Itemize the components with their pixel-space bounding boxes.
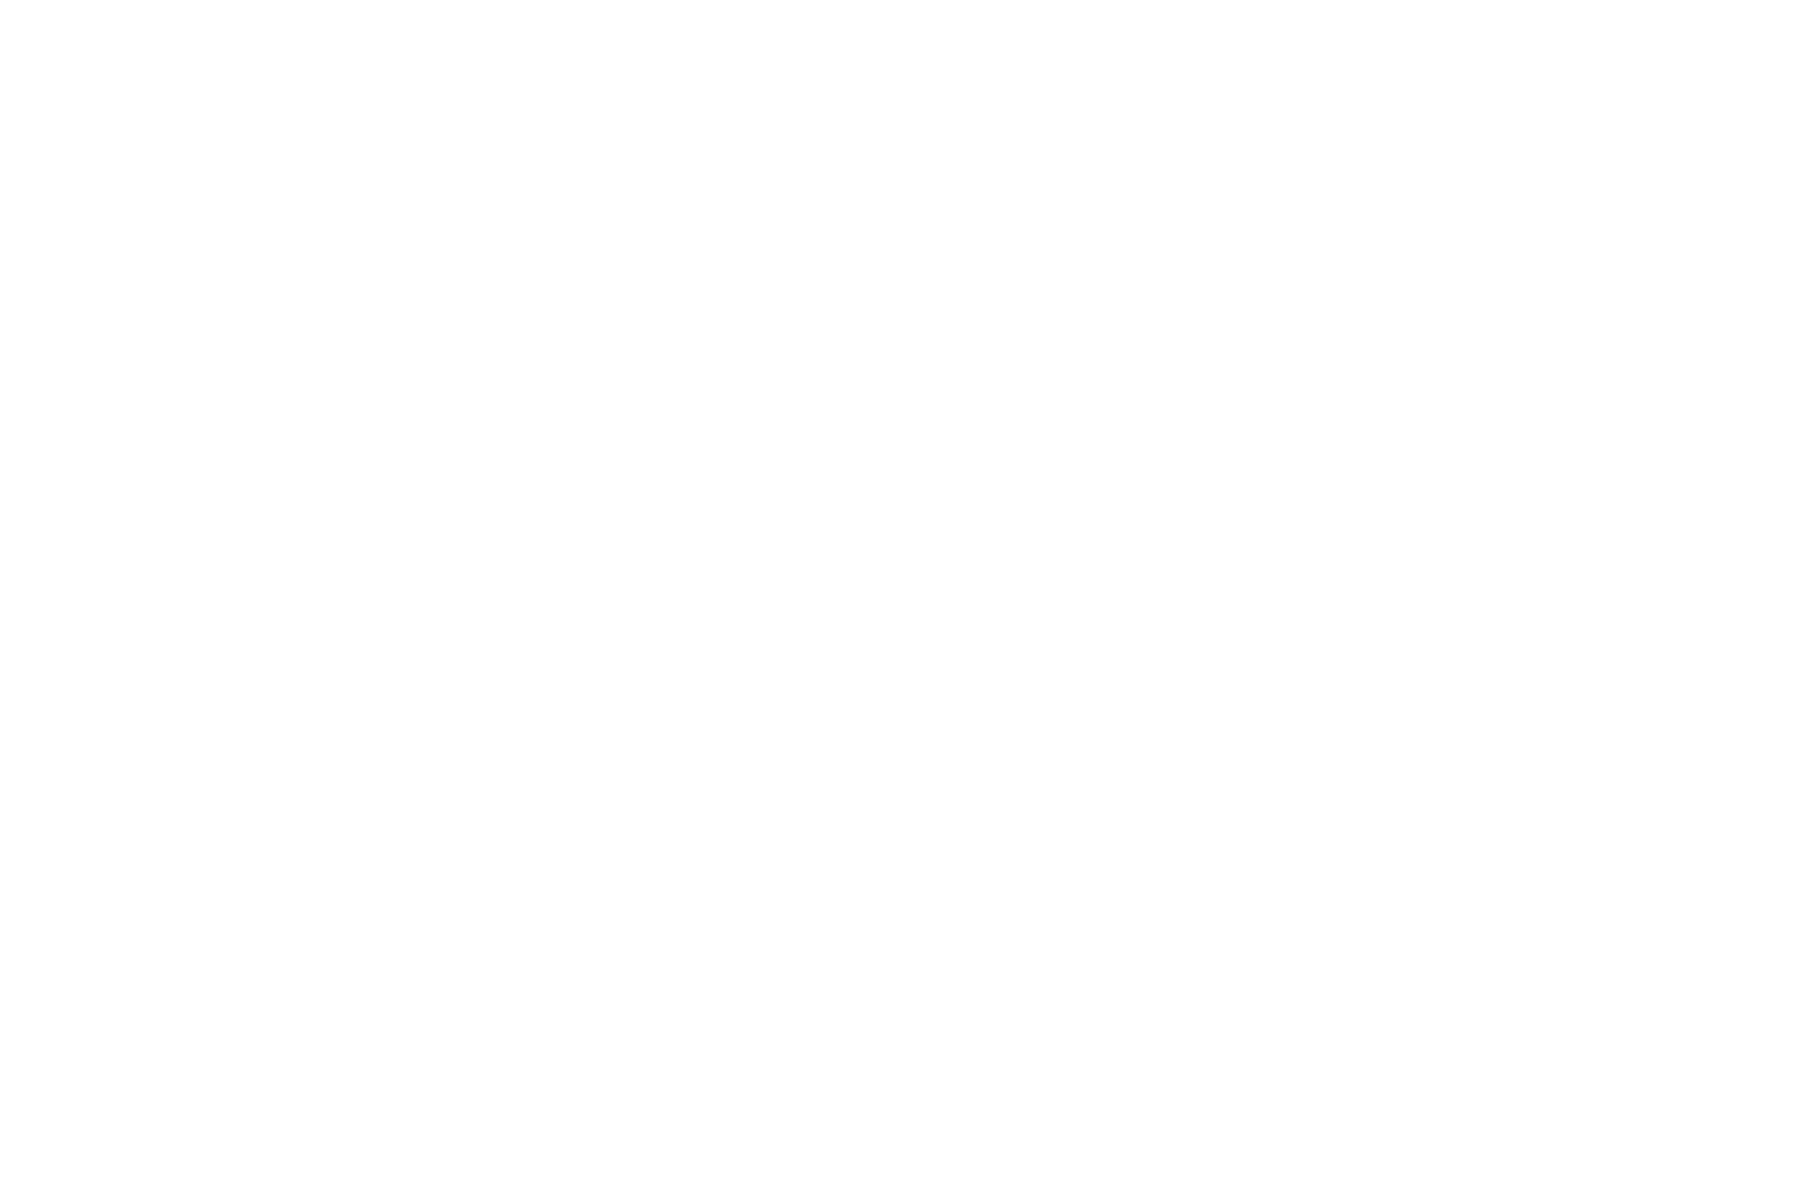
photo-stage — [0, 0, 1800, 1200]
ludo-board-photo — [0, 0, 1800, 1200]
